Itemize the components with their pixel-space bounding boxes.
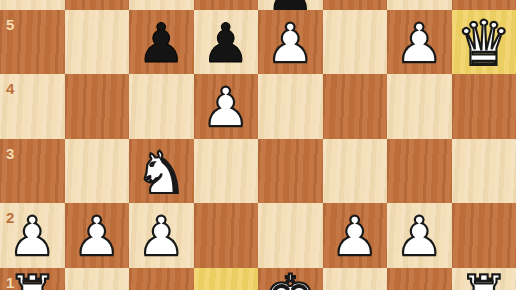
square-c4[interactable] <box>129 74 194 139</box>
square-h3[interactable] <box>452 139 516 204</box>
rank-label-4: 4 <box>6 81 14 96</box>
rank-label-5: 5 <box>6 17 14 32</box>
piece-e5-white-pawn[interactable]: ♟ <box>266 17 314 71</box>
square-b2[interactable]: ♟ <box>65 203 130 268</box>
square-h4[interactable] <box>452 74 516 139</box>
square-h2[interactable] <box>452 203 516 268</box>
piece-d4-white-pawn[interactable]: ♟ <box>202 81 250 135</box>
square-f5[interactable] <box>323 10 388 75</box>
square-a2[interactable]: 2♟ <box>0 203 65 268</box>
square-c3[interactable]: ♞ <box>129 139 194 204</box>
piece-h1-white-rook[interactable]: ♜ <box>459 268 509 290</box>
piece-h5-white-queen[interactable]: ♛ <box>456 13 512 75</box>
piece-a2-white-pawn[interactable]: ♟ <box>8 210 56 264</box>
square-a6[interactable] <box>0 0 65 10</box>
square-c6[interactable] <box>129 0 194 10</box>
square-f4[interactable] <box>323 74 388 139</box>
square-e5[interactable]: ♟ <box>258 10 323 75</box>
square-f3[interactable] <box>323 139 388 204</box>
square-h5[interactable]: ♛ <box>452 10 516 75</box>
rank-label-3: 3 <box>6 146 14 161</box>
square-g3[interactable] <box>387 139 452 204</box>
square-f1[interactable] <box>323 268 388 290</box>
square-e4[interactable] <box>258 74 323 139</box>
square-f2[interactable]: ♟ <box>323 203 388 268</box>
square-d1[interactable] <box>194 268 259 290</box>
piece-a1-white-rook[interactable]: ♜ <box>7 268 57 290</box>
square-e2[interactable] <box>258 203 323 268</box>
square-a5[interactable]: 5 <box>0 10 65 75</box>
piece-c2-white-pawn[interactable]: ♟ <box>137 210 185 264</box>
chess-board: ♟5♟♟♟♟♛4♟3♞2♟♟♟♟♟1♜♚♜ <box>0 0 516 290</box>
square-c1[interactable] <box>129 268 194 290</box>
square-a3[interactable]: 3 <box>0 139 65 204</box>
square-h1[interactable]: ♜ <box>452 268 516 290</box>
square-c5[interactable]: ♟ <box>129 10 194 75</box>
square-b4[interactable] <box>65 74 130 139</box>
square-d4[interactable]: ♟ <box>194 74 259 139</box>
square-d3[interactable] <box>194 139 259 204</box>
square-a4[interactable]: 4 <box>0 74 65 139</box>
piece-c5-black-pawn[interactable]: ♟ <box>137 17 185 71</box>
square-e6[interactable]: ♟ <box>258 0 323 10</box>
square-b3[interactable] <box>65 139 130 204</box>
square-e1[interactable]: ♚ <box>258 268 323 290</box>
chess-board-viewport: ♟5♟♟♟♟♛4♟3♞2♟♟♟♟♟1♜♚♜ <box>0 0 516 290</box>
piece-g2-white-pawn[interactable]: ♟ <box>395 210 443 264</box>
piece-e1-white-king[interactable]: ♚ <box>264 267 316 290</box>
square-b6[interactable] <box>65 0 130 10</box>
square-g6[interactable] <box>387 0 452 10</box>
square-f6[interactable] <box>323 0 388 10</box>
square-g1[interactable] <box>387 268 452 290</box>
square-b1[interactable] <box>65 268 130 290</box>
square-d5[interactable]: ♟ <box>194 10 259 75</box>
piece-f2-white-pawn[interactable]: ♟ <box>331 210 379 264</box>
square-c2[interactable]: ♟ <box>129 203 194 268</box>
square-g2[interactable]: ♟ <box>387 203 452 268</box>
square-a1[interactable]: 1♜ <box>0 268 65 290</box>
square-g4[interactable] <box>387 74 452 139</box>
piece-b2-white-pawn[interactable]: ♟ <box>73 210 121 264</box>
piece-c3-white-knight[interactable]: ♞ <box>135 144 187 202</box>
square-b5[interactable] <box>65 10 130 75</box>
square-d2[interactable] <box>194 203 259 268</box>
square-e3[interactable] <box>258 139 323 204</box>
square-g5[interactable]: ♟ <box>387 10 452 75</box>
piece-d5-black-pawn[interactable]: ♟ <box>202 17 250 71</box>
piece-g5-white-pawn[interactable]: ♟ <box>395 17 443 71</box>
square-d6[interactable] <box>194 0 259 10</box>
